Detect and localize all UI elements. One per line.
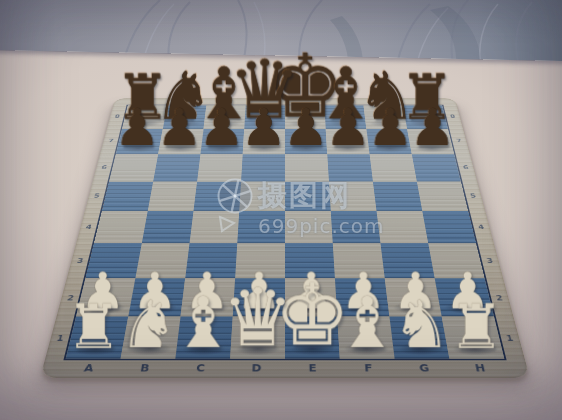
square-b4[interactable] (142, 211, 194, 243)
square-g4[interactable] (377, 211, 429, 243)
square-b6[interactable] (153, 154, 200, 181)
file-label-e: E (285, 360, 341, 377)
square-b7[interactable]: ♟ (158, 129, 203, 154)
square-c7[interactable]: ♟ (200, 129, 244, 154)
piece-black-pawn-c7[interactable]: ♟ (199, 104, 245, 153)
piece-black-pawn-d7[interactable]: ♟ (241, 104, 287, 153)
file-label-c: C (172, 360, 229, 377)
file-label-f: F (340, 360, 397, 377)
square-f5[interactable] (329, 182, 377, 212)
square-a1[interactable]: ♜ (66, 317, 129, 359)
square-g6[interactable] (370, 154, 417, 181)
board-grid: ♜♞♝♛♚♝♞♜♟♟♟♟♟♟♟♟♟♟♟♟♟♟♟♟♜♞♝♛♚♝♞♜ (66, 105, 505, 358)
square-c1[interactable]: ♝ (175, 317, 232, 359)
square-h1[interactable]: ♜ (442, 317, 505, 359)
piece-black-pawn-f7[interactable]: ♟ (325, 104, 371, 153)
square-a4[interactable] (94, 211, 148, 243)
square-h4[interactable] (422, 211, 476, 243)
file-label-a: A (59, 360, 119, 377)
square-d1[interactable]: ♛ (230, 317, 285, 359)
square-d6[interactable] (241, 154, 285, 181)
square-e7[interactable]: ♟ (285, 129, 327, 154)
piece-black-pawn-g7[interactable]: ♟ (368, 104, 414, 153)
square-d5[interactable] (239, 182, 285, 212)
piece-white-knight-b1[interactable]: ♞ (119, 294, 178, 356)
piece-white-bishop-c1[interactable]: ♝ (171, 290, 234, 357)
file-label-g: G (396, 360, 455, 377)
file-label-d: D (229, 360, 285, 377)
photo-scene: 87654321 87654321 ABCDEFGH ♜♞♝♛♚♝♞♜♟♟♟♟♟… (0, 0, 562, 420)
square-d4[interactable] (237, 211, 285, 243)
piece-white-knight-g1[interactable]: ♞ (392, 294, 451, 356)
square-c5[interactable] (193, 182, 241, 212)
square-g7[interactable]: ♟ (366, 129, 411, 154)
square-e4[interactable] (285, 211, 333, 243)
file-label-b: B (116, 360, 175, 377)
square-e6[interactable] (285, 154, 329, 181)
piece-white-bishop-f1[interactable]: ♝ (335, 290, 398, 357)
square-f4[interactable] (331, 211, 381, 243)
square-a6[interactable] (109, 154, 158, 181)
piece-black-pawn-e7[interactable]: ♟ (283, 104, 329, 153)
square-f1[interactable]: ♝ (337, 317, 394, 359)
square-a5[interactable] (102, 182, 153, 212)
chessboard: 87654321 87654321 ABCDEFGH ♜♞♝♛♚♝♞♜♟♟♟♟♟… (40, 98, 530, 378)
square-c4[interactable] (190, 211, 240, 243)
playing-area: ♜♞♝♛♚♝♞♜♟♟♟♟♟♟♟♟♟♟♟♟♟♟♟♟♜♞♝♛♚♝♞♜ (63, 105, 506, 361)
square-f7[interactable]: ♟ (326, 129, 370, 154)
piece-black-pawn-b7[interactable]: ♟ (157, 104, 203, 153)
square-h7[interactable]: ♟ (407, 129, 454, 154)
square-h5[interactable] (417, 182, 468, 212)
file-labels: ABCDEFGH (59, 360, 511, 377)
square-c6[interactable] (197, 154, 243, 181)
square-f6[interactable] (327, 154, 373, 181)
square-b5[interactable] (148, 182, 197, 212)
square-e5[interactable] (285, 182, 331, 212)
file-label-h: H (451, 360, 511, 377)
square-h6[interactable] (412, 154, 461, 181)
square-d7[interactable]: ♟ (243, 129, 285, 154)
square-g5[interactable] (373, 182, 422, 212)
